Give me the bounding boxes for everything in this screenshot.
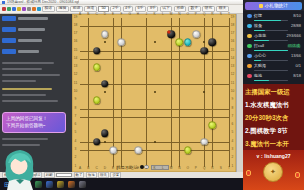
white-stone[interactable] (200, 138, 208, 146)
gift-icon (259, 4, 263, 8)
gift-item-icon (247, 34, 252, 39)
toolbar-button[interactable]: 编辑 (56, 6, 69, 13)
coord-number: 15 (231, 49, 235, 52)
coord-number: 10 (74, 90, 78, 93)
coord-number: 19 (74, 16, 78, 19)
white-stone[interactable] (101, 30, 109, 38)
bottom-bar-input[interactable] (56, 173, 72, 177)
black-stone[interactable] (101, 130, 109, 138)
coord-number: 6 (75, 124, 77, 127)
gift-progress-fill (254, 50, 288, 51)
coord-letter: Q (203, 14, 205, 17)
gift-progress-fill (254, 80, 269, 81)
gift-progress-fill (254, 60, 261, 61)
go-board[interactable]: 就是不吃这 AABBCCDDEEFFGGHHJJKKLLMMNNOOPPQQRR… (72, 14, 236, 172)
buddy-tag (2, 27, 16, 32)
gift-item-icon (247, 24, 252, 29)
coord-letter: S (220, 14, 222, 17)
gift-count: 13/66 (291, 54, 301, 58)
buddy-text-bar (18, 50, 39, 53)
board-status-text: 就是不吃这 (116, 165, 138, 170)
coord-number: 1 (232, 165, 234, 168)
coord-letter: R (211, 14, 213, 17)
lantern-icon (295, 172, 300, 178)
taskbar-app-icon[interactable] (57, 181, 64, 188)
toolbar-button[interactable]: 形势 (174, 6, 187, 13)
gift-row: 灯牌8/10 (243, 12, 304, 22)
buddy-text-bar (18, 28, 45, 31)
taskbar-app-icon[interactable] (68, 181, 75, 188)
toolbar-button[interactable]: 试下 (160, 6, 173, 13)
gift-stats-title: 小礼物统计 (265, 4, 288, 9)
white-stone[interactable] (118, 39, 126, 47)
star-point (104, 41, 106, 43)
toolbar-button[interactable]: 聊天 (216, 6, 229, 13)
coord-letter: M (170, 14, 173, 17)
black-stone[interactable] (93, 47, 101, 55)
gift-progress-track (254, 50, 288, 51)
gift-progress-track (254, 40, 288, 41)
buddy-list-row[interactable] (2, 16, 48, 21)
chat-text-line (2, 68, 42, 70)
coord-number: 12 (74, 74, 78, 77)
coord-number: 10 (231, 90, 235, 93)
chat-text-line (2, 88, 52, 90)
coord-letter: A (79, 14, 81, 17)
gift-row: 电池8/18 (243, 72, 304, 82)
banner-line-1: 上局的回答已回复！ (6, 115, 62, 122)
white-stone[interactable] (109, 146, 117, 154)
black-stone[interactable] (200, 47, 208, 55)
buddy-tag (2, 16, 16, 21)
coord-number: 12 (231, 74, 235, 77)
chat-text-line (2, 74, 60, 76)
yellow-mark-stone[interactable] (176, 39, 184, 47)
coord-letter: J (145, 14, 147, 17)
coord-number: 2 (75, 157, 77, 160)
coord-number: 2 (232, 157, 234, 160)
gift-row: 打call已达成 (243, 42, 304, 52)
chat-text-line (2, 62, 54, 64)
black-stone[interactable] (101, 80, 109, 88)
coord-letter: D (104, 14, 106, 17)
coord-letter: Q (203, 167, 205, 170)
star-point (154, 91, 156, 93)
coord-number: 5 (232, 132, 234, 135)
gift-item-icon (247, 14, 252, 19)
answer-notification-banner: 上局的回答已回复！ 下局开始前答题哟~ (2, 112, 66, 133)
chat-text-line (2, 94, 46, 96)
gift-count: 293/666 (287, 34, 301, 38)
coord-letter: B (87, 14, 89, 17)
gift-count: 8/10 (293, 14, 301, 18)
board-grid[interactable] (80, 18, 230, 168)
toolbar-button[interactable]: 4手 (123, 6, 134, 13)
coord-number: 18 (231, 24, 235, 27)
chat-text-line (2, 138, 48, 140)
toolbar-icon[interactable] (37, 7, 41, 11)
coord-number: 3 (232, 148, 234, 151)
cyan-mark-stone[interactable] (184, 39, 192, 47)
coord-letter: K (153, 167, 155, 170)
toolbar-icon[interactable] (22, 7, 26, 11)
coord-number: 7 (75, 115, 77, 118)
black-stone[interactable] (209, 39, 217, 47)
coord-number: 14 (231, 57, 235, 60)
toolbar-button[interactable]: 6手 (135, 6, 146, 13)
streamer-avatar (0, 146, 40, 190)
coord-letter: M (170, 167, 173, 170)
gift-item-icon (247, 74, 252, 79)
buddy-text-bar (18, 17, 48, 20)
gift-stats-header: 小礼物统计 (245, 2, 302, 10)
coord-letter: R (211, 167, 213, 170)
coord-letter: O (186, 14, 188, 17)
announcement-line: 2.围棋教学 8节 (245, 124, 302, 137)
medal-icon: ✦ (263, 162, 283, 182)
app-icon (2, 1, 5, 4)
coord-letter: H (137, 167, 139, 170)
gift-progress-track (254, 80, 288, 81)
announcement-panel: 主播国家一级运1.水友棋魔法书20分30秒3次含2.围棋教学 8节3.魔法书一本… (243, 84, 304, 150)
gift-row: 小心心13/66 (243, 52, 304, 62)
toolbar-button[interactable]: 数子 (188, 6, 201, 13)
toolbar-button[interactable]: 棋谱 (42, 6, 55, 13)
coord-letter: E (112, 167, 114, 170)
gift-stats-panel: 灯牌8/10辣条28/88小花花293/666打call已达成小心心13/66大… (243, 11, 304, 84)
star-point (154, 141, 156, 143)
gift-progress-fill (254, 20, 281, 21)
toolbar-icon[interactable] (2, 7, 6, 11)
gift-item-icon (247, 64, 252, 69)
gift-label: 小花花 (254, 34, 266, 38)
coord-letter: P (195, 14, 197, 17)
yellow-mark-stone[interactable] (93, 63, 101, 71)
coord-letter: D (104, 167, 106, 170)
coord-number: 4 (75, 140, 77, 143)
buddy-tag (2, 49, 16, 54)
coord-number: 16 (231, 41, 235, 44)
gift-progress-track (254, 60, 288, 61)
star-point (104, 141, 106, 143)
coord-number: 5 (75, 132, 77, 135)
contact-banner: v：lishuang27 ✦ (243, 150, 304, 190)
gift-count: 已达成 (287, 44, 301, 48)
coord-letter: N (178, 167, 180, 170)
buddy-text-bar (18, 39, 42, 42)
yellow-mark-stone[interactable] (184, 146, 192, 154)
gift-item-icon (247, 44, 252, 49)
coord-letter: G (128, 14, 130, 17)
lantern-icon (246, 170, 251, 176)
toolbar-button[interactable]: 研究 (202, 6, 215, 13)
coord-letter: O (186, 167, 188, 170)
gift-progress-track (254, 20, 288, 21)
toolbar-icon[interactable] (32, 7, 36, 11)
coord-letter: N (178, 14, 180, 17)
toolbar-icon[interactable] (7, 7, 11, 11)
coord-letter: F (120, 14, 122, 17)
coord-letter: B (87, 167, 89, 170)
buddy-list-row[interactable] (2, 49, 39, 54)
coord-number: 13 (231, 66, 235, 69)
buddy-list-row[interactable] (2, 38, 42, 43)
coord-number: 8 (75, 107, 77, 110)
gift-progress-fill (254, 40, 269, 41)
black-stone[interactable] (93, 138, 101, 146)
chat-text-line (2, 100, 58, 102)
gift-row: 辣条28/88 (243, 22, 304, 32)
gift-count: 0/1 (295, 64, 301, 68)
announcement-line: 1.水友棋魔法书 (245, 98, 302, 111)
coord-number: 4 (232, 140, 234, 143)
coord-letter: C (95, 167, 97, 170)
gift-progress-fill (254, 30, 265, 31)
toolbar-button[interactable]: 后退 (84, 6, 97, 13)
coord-number: 9 (75, 99, 77, 102)
gift-label: 辣条 (254, 24, 262, 28)
toolbar-icon[interactable] (12, 7, 16, 11)
star-point (203, 91, 205, 93)
gift-label: 电池 (254, 74, 262, 78)
coord-letter: E (112, 14, 114, 17)
coord-number: 17 (231, 32, 235, 35)
screen: 19路盘wsl - 弈城对局 Dec2020 - 0901084.sgf 棋谱编… (0, 0, 304, 190)
toolbar-icon[interactable] (27, 7, 31, 11)
toolbar-icon[interactable] (17, 7, 21, 11)
gift-label: 打call (254, 44, 264, 48)
announcement-line: 主播国家一级运 (245, 85, 302, 98)
gift-item-icon (247, 54, 252, 59)
coord-number: 17 (74, 32, 78, 35)
gift-count: 28/88 (291, 24, 301, 28)
coord-number: 11 (231, 82, 234, 85)
coord-letter: K (153, 14, 155, 17)
announcement-line: 3.魔法书一本开 (245, 137, 302, 150)
coord-letter: C (95, 14, 97, 17)
window-right-edge (236, 14, 243, 172)
coord-number: 11 (74, 82, 77, 85)
coord-number: 13 (74, 66, 78, 69)
gift-count: 8/18 (293, 74, 301, 78)
coord-number: 8 (232, 107, 234, 110)
gift-progress-track (254, 30, 288, 31)
white-stone[interactable] (192, 30, 200, 38)
announcement-line: 20分30秒3次含 (245, 111, 302, 124)
coord-number: 1 (75, 165, 77, 168)
white-stone[interactable] (134, 146, 142, 154)
coord-letter: S (220, 167, 222, 170)
gift-row: 大航海0/1 (243, 62, 304, 72)
coord-number: 18 (74, 24, 78, 27)
gift-progress-track (254, 70, 288, 71)
coord-number: 7 (232, 115, 234, 118)
taskbar-app-icon[interactable] (79, 181, 86, 188)
taskbar-app-icon[interactable] (46, 181, 53, 188)
star-point (154, 41, 156, 43)
coord-number: 14 (74, 57, 78, 60)
coord-letter: H (137, 14, 139, 17)
coord-letter: T (228, 167, 230, 170)
coord-letter: P (195, 167, 197, 170)
buddy-list-row[interactable] (2, 27, 45, 32)
star-point (203, 41, 205, 43)
coord-letter: F (120, 167, 122, 170)
coord-number: 19 (231, 16, 235, 19)
coord-letter: A (79, 167, 81, 170)
window-title: 19路盘wsl - 弈城对局 Dec2020 - 0901084.sgf (7, 0, 79, 4)
coord-number: 3 (75, 148, 77, 151)
coord-number: 16 (74, 41, 78, 44)
yellow-mark-stone[interactable] (93, 96, 101, 104)
contact-text: v：lishuang27 (243, 153, 304, 159)
yellow-mark-stone[interactable] (209, 121, 217, 129)
coord-number: 9 (232, 99, 234, 102)
coord-letter: L (162, 14, 164, 17)
move-counter-input[interactable]: 50 (98, 6, 108, 13)
gift-row: 小花花293/666 (243, 32, 304, 42)
gift-label: 小心心 (254, 54, 266, 58)
coord-number: 6 (232, 124, 234, 127)
chat-text-line (2, 80, 36, 82)
gift-label: 大航海 (254, 64, 266, 68)
coord-letter: T (228, 14, 230, 17)
coord-number: 15 (74, 49, 78, 52)
toolbar-button[interactable]: 2手 (110, 6, 121, 13)
toolbar-button[interactable]: 前进 (70, 6, 83, 13)
buddy-tag (2, 38, 16, 43)
toolbar-button[interactable]: 8手 (147, 6, 158, 13)
stream-sidebar: 小礼物统计 灯牌8/10辣条28/88小花花293/666打call已达成小心心… (243, 0, 304, 190)
banner-line-2: 下局开始前答题哟~ (6, 122, 62, 129)
coord-letter: G (128, 167, 130, 170)
coord-letter: L (162, 167, 164, 170)
coord-letter: J (145, 167, 147, 170)
star-point (104, 91, 106, 93)
gift-label: 灯牌 (254, 14, 262, 18)
